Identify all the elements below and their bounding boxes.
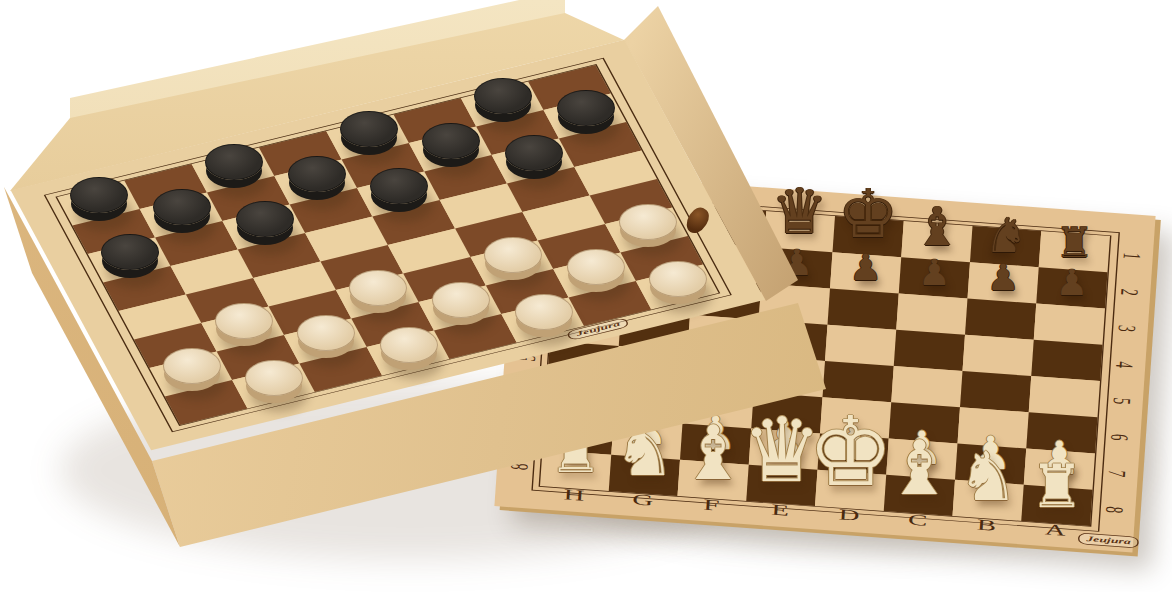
chess-rank-label: 2 [1105,272,1152,311]
chess-square [830,252,901,293]
chess-file-label: C [883,509,953,532]
chess-file-label: G [608,489,678,512]
chess-rank-label: 6 [1095,417,1142,456]
chess-square [1026,412,1097,453]
chess-square [901,221,972,262]
checker-white-man [245,360,303,396]
checker-white-man [215,303,273,339]
chess-square [1036,267,1107,308]
scene-photo: HGFEDCBA 12345678 12345678 Jeujura ♜♞♝♛♚… [0,0,1172,592]
chess-square [958,407,1029,448]
chess-square [680,424,751,465]
chess-rank-label: 8 [1090,490,1137,529]
chess-square [960,371,1031,412]
chess-square [1034,304,1105,345]
chess-brand-stamp: Jeujura [1078,532,1140,548]
chess-square [896,294,967,335]
chess-square [820,397,891,438]
chess-file-label: F [676,494,746,517]
chess-rank-label: 1 [1108,236,1155,275]
checker-black-man [474,78,532,114]
checker-black-man [70,177,128,213]
chess-rank-label: 3 [1103,309,1150,348]
checker-white-man [484,237,542,273]
checker-white-man [380,327,438,363]
chess-rank-label: 4 [1100,345,1147,384]
checker-black-man [205,144,263,180]
chess-square [963,335,1034,376]
checker-white-man [649,261,707,297]
checker-black-man [101,234,159,270]
checker-black-man [340,111,398,147]
checker-black-man [557,90,615,126]
chess-square [899,257,970,298]
chess-square [891,366,962,407]
chess-square [825,325,896,366]
checker-black-man [236,201,294,237]
checker-white-man [515,294,573,330]
chess-square [894,330,965,371]
chess-square [970,226,1041,267]
chess-square [1031,340,1102,381]
chess-square [828,289,899,330]
chess-square [1039,231,1110,272]
chess-square [823,361,894,402]
chess-rank-label: 7 [1093,454,1140,493]
checker-white-man [432,282,490,318]
chess-square [818,434,889,475]
checker-black-man [288,156,346,192]
chess-file-label: D [814,504,884,527]
checker-white-man [619,204,677,240]
chess-file-label: E [745,499,815,522]
chess-rank-label: 5 [1098,381,1145,420]
checker-white-man [567,249,625,285]
checker-black-man [505,135,563,171]
checker-black-man [370,168,428,204]
chess-square [1024,449,1095,490]
chess-square [968,262,1039,303]
chess-square [889,402,960,443]
checker-black-man [422,123,480,159]
chess-square [833,216,904,257]
checker-black-man [153,189,211,225]
checker-white-man [163,348,221,384]
chess-square [965,299,1036,340]
chess-file-label: H [539,484,609,507]
chess-file-label: B [951,514,1021,537]
checker-white-man [297,315,355,351]
chess-square [749,429,820,470]
chess-square [886,439,957,480]
checker-white-man [349,270,407,306]
chess-square [1029,376,1100,417]
chess-square [955,444,1026,485]
